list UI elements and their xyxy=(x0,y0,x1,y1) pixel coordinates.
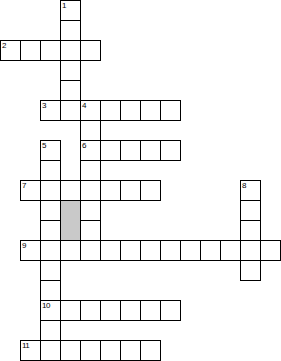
crossword-cell-r12c3[interactable] xyxy=(60,240,81,261)
clue-number-4: 4 xyxy=(82,101,86,110)
clue-number-3: 3 xyxy=(42,101,46,110)
crossword-board: 1234567891011 xyxy=(0,0,281,361)
shaded-block xyxy=(60,200,81,241)
crossword-cell-r9c1[interactable]: 7 xyxy=(20,180,41,201)
crossword-cell-r5c5[interactable] xyxy=(100,100,121,121)
crossword-cell-r12c6[interactable] xyxy=(120,240,141,261)
crossword-cell-r12c10[interactable] xyxy=(200,240,221,261)
crossword-cell-r1c3[interactable] xyxy=(60,20,81,41)
crossword-cell-r8c4[interactable] xyxy=(80,160,101,181)
crossword-cell-r9c4[interactable] xyxy=(80,180,101,201)
crossword-cell-r2c1[interactable] xyxy=(20,40,41,61)
crossword-cell-r10c12[interactable] xyxy=(240,200,261,221)
crossword-cell-r12c11[interactable] xyxy=(220,240,241,261)
crossword-cell-r10c4[interactable] xyxy=(80,200,101,221)
crossword-cell-r15c8[interactable] xyxy=(160,300,181,321)
crossword-cell-r12c4[interactable] xyxy=(80,240,101,261)
crossword-cell-r15c7[interactable] xyxy=(140,300,161,321)
crossword-cell-r17c6[interactable] xyxy=(120,340,141,361)
clue-number-6: 6 xyxy=(82,141,86,150)
crossword-cell-r2c3[interactable] xyxy=(60,40,81,61)
clue-number-11: 11 xyxy=(22,341,29,350)
clue-number-7: 7 xyxy=(22,181,26,190)
crossword-cell-r15c6[interactable] xyxy=(120,300,141,321)
clue-number-2: 2 xyxy=(2,41,6,50)
crossword-cell-r15c3[interactable] xyxy=(60,300,81,321)
crossword-cell-r9c3[interactable] xyxy=(60,180,81,201)
crossword-cell-r12c8[interactable] xyxy=(160,240,181,261)
crossword-cell-r7c4[interactable]: 6 xyxy=(80,140,101,161)
crossword-cell-r3c3[interactable] xyxy=(60,60,81,81)
crossword-cell-r2c2[interactable] xyxy=(40,40,61,61)
clue-number-1: 1 xyxy=(62,1,66,10)
crossword-cell-r12c7[interactable] xyxy=(140,240,161,261)
crossword-cell-r7c2[interactable]: 5 xyxy=(40,140,61,161)
crossword-cell-r12c2[interactable] xyxy=(40,240,61,261)
crossword-cell-r13c2[interactable] xyxy=(40,260,61,281)
crossword-cell-r5c4[interactable]: 4 xyxy=(80,100,101,121)
crossword-cell-r12c5[interactable] xyxy=(100,240,121,261)
crossword-cell-r7c6[interactable] xyxy=(120,140,141,161)
crossword-cell-r11c2[interactable] xyxy=(40,220,61,241)
crossword-cell-r15c4[interactable] xyxy=(80,300,101,321)
crossword-cell-r17c7[interactable] xyxy=(140,340,161,361)
crossword-cell-r5c7[interactable] xyxy=(140,100,161,121)
crossword-cell-r9c12[interactable]: 8 xyxy=(240,180,261,201)
crossword-cell-r7c5[interactable] xyxy=(100,140,121,161)
crossword-cell-r12c9[interactable] xyxy=(180,240,201,261)
crossword-cell-r7c7[interactable] xyxy=(140,140,161,161)
crossword-cell-r7c8[interactable] xyxy=(160,140,181,161)
crossword-cell-r5c8[interactable] xyxy=(160,100,181,121)
crossword-cell-r0c3[interactable]: 1 xyxy=(60,0,81,21)
crossword-cell-r14c2[interactable] xyxy=(40,280,61,301)
crossword-cell-r12c12[interactable] xyxy=(240,240,261,261)
crossword-cell-r11c12[interactable] xyxy=(240,220,261,241)
crossword-cell-r17c4[interactable] xyxy=(80,340,101,361)
crossword-cell-r2c0[interactable]: 2 xyxy=(0,40,21,61)
crossword-cell-r4c3[interactable] xyxy=(60,80,81,101)
crossword-cell-r12c13[interactable] xyxy=(260,240,281,261)
crossword-cell-r12c1[interactable]: 9 xyxy=(20,240,41,261)
crossword-cell-r17c5[interactable] xyxy=(100,340,121,361)
crossword-cell-r9c6[interactable] xyxy=(120,180,141,201)
crossword-cell-r17c1[interactable]: 11 xyxy=(20,340,41,361)
crossword-cell-r5c2[interactable]: 3 xyxy=(40,100,61,121)
crossword-cell-r9c5[interactable] xyxy=(100,180,121,201)
crossword-cell-r16c2[interactable] xyxy=(40,320,61,341)
crossword-cell-r15c5[interactable] xyxy=(100,300,121,321)
crossword-cell-r6c4[interactable] xyxy=(80,120,101,141)
crossword-cell-r13c12[interactable] xyxy=(240,260,261,281)
crossword-cell-r17c3[interactable] xyxy=(60,340,81,361)
clue-number-9: 9 xyxy=(22,241,26,250)
clue-number-10: 10 xyxy=(42,301,50,310)
crossword-cell-r10c2[interactable] xyxy=(40,200,61,221)
crossword-cell-r9c7[interactable] xyxy=(140,180,161,201)
clue-number-8: 8 xyxy=(242,181,246,190)
clue-number-5: 5 xyxy=(42,141,46,150)
crossword-cell-r11c4[interactable] xyxy=(80,220,101,241)
crossword-cell-r5c6[interactable] xyxy=(120,100,141,121)
crossword-cell-r2c4[interactable] xyxy=(80,40,101,61)
crossword-cell-r5c3[interactable] xyxy=(60,100,81,121)
crossword-cell-r15c2[interactable]: 10 xyxy=(40,300,61,321)
crossword-cell-r9c2[interactable] xyxy=(40,180,61,201)
crossword-cell-r8c2[interactable] xyxy=(40,160,61,181)
crossword-cell-r17c2[interactable] xyxy=(40,340,61,361)
